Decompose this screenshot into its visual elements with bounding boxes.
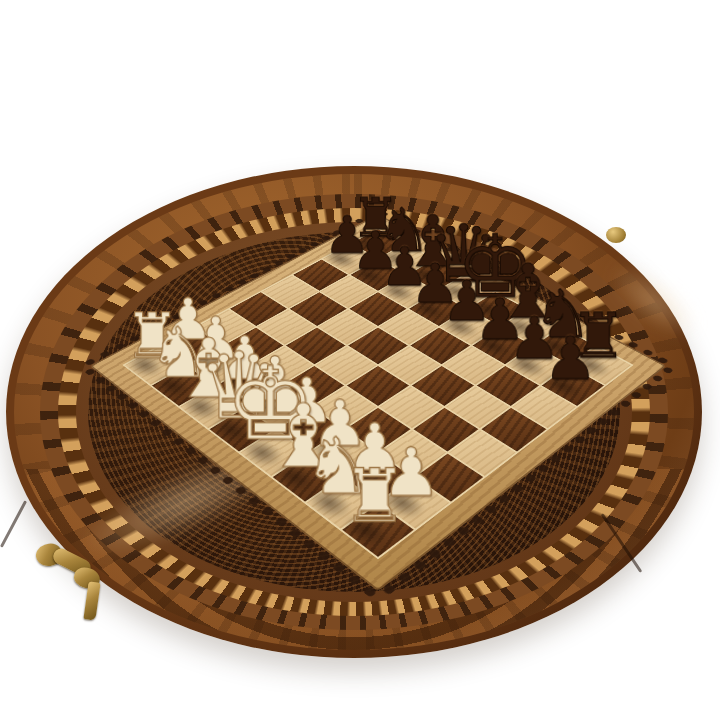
black-pawn-glyph: ♟: [499, 328, 642, 387]
white-rook-glyph: ♜: [292, 459, 457, 532]
product-photo: ♜♞♝♛♚♝♞♜♟♟♟♟♟♟♟♟♟♟♟♟♟♟♟♟♜♞♝♛♚♝♞♜: [0, 0, 720, 720]
fold-seam: [0, 500, 27, 547]
brass-latch: [30, 542, 114, 630]
brass-hinge-knob: [606, 227, 626, 243]
